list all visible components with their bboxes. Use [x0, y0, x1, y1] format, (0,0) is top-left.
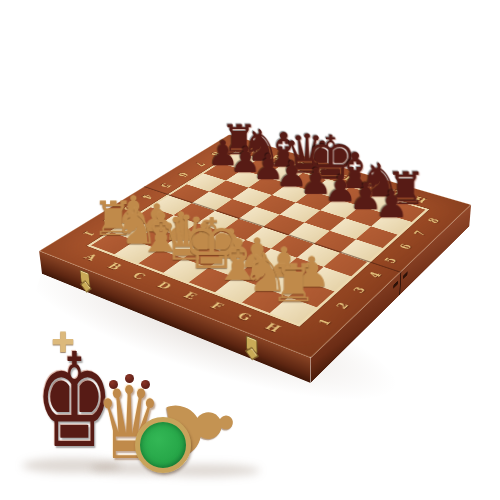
product-photo-chess-set: AABBCCDDEEFFGGHH8877665544332211♜♞♝♛♚♝♞♜…: [0, 0, 500, 500]
green-felt-base: [135, 417, 191, 473]
king-cross-finial-icon: ✚: [51, 329, 74, 357]
foreground-toppled-pawn: ♟: [138, 398, 250, 478]
queen-crown-ball-icon: [125, 374, 134, 383]
queen-crown-ball-icon: [109, 380, 118, 389]
foreground-pieces: ♚ ✚ ♛ ♟: [0, 0, 500, 500]
queen-crown-ball-icon: [141, 380, 150, 389]
